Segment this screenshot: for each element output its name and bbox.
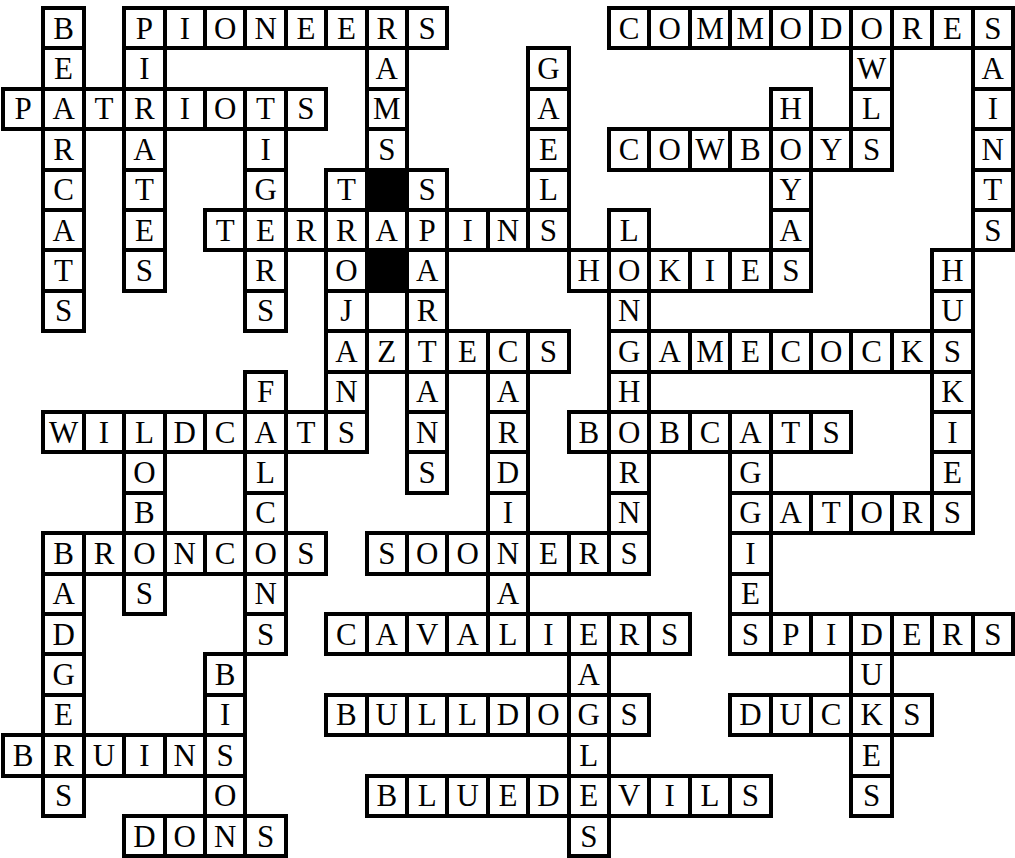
letter-cell-r10c1: W <box>41 410 85 454</box>
letter-cell-r15c8: C <box>324 612 368 656</box>
letter-cell-r13c1: B <box>41 531 85 575</box>
letter-cell-r0c4: I <box>163 6 207 50</box>
letter-cell-r10c12: R <box>486 410 530 454</box>
letter-cell-r10c17: C <box>688 410 732 454</box>
letter-cell-r17c20: C <box>809 693 853 737</box>
letter-cell-r10c6: A <box>243 410 287 454</box>
letter-cell-r4c19: Y <box>769 168 813 212</box>
letter-cell-r7c6: S <box>243 289 287 333</box>
letter-cell-r15c14: E <box>567 612 611 656</box>
letter-cell-r10c3: L <box>122 410 166 454</box>
letter-cell-r19c1: S <box>41 774 85 818</box>
letter-cell-r8c11: E <box>445 329 489 373</box>
letter-cell-r13c6: O <box>243 531 287 575</box>
letter-cell-r5c13: S <box>526 208 570 252</box>
letter-cell-r19c9: B <box>365 774 409 818</box>
letter-cell-r0c23: E <box>930 6 974 50</box>
letter-cell-r5c15: L <box>607 208 651 252</box>
letter-cell-r17c1: E <box>41 693 85 737</box>
letter-cell-r0c3: P <box>122 6 166 50</box>
letter-cell-r0c9: R <box>365 6 409 50</box>
letter-cell-r11c12: D <box>486 450 530 494</box>
letter-cell-r11c15: R <box>607 450 651 494</box>
letter-cell-r3c18: B <box>728 127 772 171</box>
letter-cell-r20c5: N <box>203 814 247 858</box>
letter-cell-r12c22: R <box>890 491 934 535</box>
letter-cell-r15c20: I <box>809 612 853 656</box>
letter-cell-r5c9: A <box>365 208 409 252</box>
letter-cell-r15c16: S <box>647 612 691 656</box>
letter-cell-r10c7: T <box>284 410 328 454</box>
letter-cell-r13c4: N <box>163 531 207 575</box>
letter-cell-r9c6: F <box>243 370 287 414</box>
letter-cell-r6c3: S <box>122 248 166 292</box>
letter-cell-r2c19: H <box>769 87 813 131</box>
letter-cell-r15c15: R <box>607 612 651 656</box>
letter-cell-r0c6: N <box>243 6 287 50</box>
letter-cell-r6c1: T <box>41 248 85 292</box>
letter-cell-r13c3: O <box>122 531 166 575</box>
letter-cell-r0c1: B <box>41 6 85 50</box>
letter-cell-r18c5: S <box>203 733 247 777</box>
letter-cell-r3c21: S <box>849 127 893 171</box>
letter-cell-r10c14: B <box>567 410 611 454</box>
letter-cell-r20c4: O <box>163 814 207 858</box>
letter-cell-r0c10: S <box>405 6 449 50</box>
letter-cell-r6c14: H <box>567 248 611 292</box>
letter-cell-r3c6: I <box>243 127 287 171</box>
letter-cell-r17c12: D <box>486 693 530 737</box>
letter-cell-r0c17: M <box>688 6 732 50</box>
letter-cell-r20c6: S <box>243 814 287 858</box>
letter-cell-r13c14: R <box>567 531 611 575</box>
letter-cell-r4c1: C <box>41 168 85 212</box>
letter-cell-r19c11: U <box>445 774 489 818</box>
letter-cell-r10c16: B <box>647 410 691 454</box>
letter-cell-r3c9: S <box>365 127 409 171</box>
letter-cell-r11c18: G <box>728 450 772 494</box>
letter-cell-r9c8: N <box>324 370 368 414</box>
letter-cell-r8c17: M <box>688 329 732 373</box>
letter-cell-r0c21: O <box>849 6 893 50</box>
letter-cell-r12c15: N <box>607 491 651 535</box>
letter-cell-r8c21: C <box>849 329 893 373</box>
letter-cell-r5c5: T <box>203 208 247 252</box>
letter-cell-r12c20: T <box>809 491 853 535</box>
letter-cell-r3c17: W <box>688 127 732 171</box>
letter-cell-r13c10: O <box>405 531 449 575</box>
letter-cell-r15c18: S <box>728 612 772 656</box>
letter-cell-r14c1: A <box>41 572 85 616</box>
letter-cell-r10c4: D <box>163 410 207 454</box>
letter-cell-r5c8: R <box>324 208 368 252</box>
letter-cell-r3c20: Y <box>809 127 853 171</box>
letter-cell-r6c16: K <box>647 248 691 292</box>
letter-cell-r16c5: B <box>203 652 247 696</box>
letter-cell-r3c19: O <box>769 127 813 171</box>
letter-cell-r11c23: E <box>930 450 974 494</box>
letter-cell-r7c1: S <box>41 289 85 333</box>
letter-cell-r0c19: O <box>769 6 813 50</box>
letter-cell-r5c19: A <box>769 208 813 252</box>
letter-cell-r4c3: T <box>122 168 166 212</box>
letter-cell-r3c16: O <box>647 127 691 171</box>
letter-cell-r2c0: P <box>1 87 45 131</box>
letter-cell-r8c22: K <box>890 329 934 373</box>
letter-cell-r6c6: R <box>243 248 287 292</box>
letter-cell-r13c15: S <box>607 531 651 575</box>
letter-cell-r3c3: A <box>122 127 166 171</box>
letter-cell-r0c18: M <box>728 6 772 50</box>
letter-cell-r18c14: L <box>567 733 611 777</box>
letter-cell-r17c15: S <box>607 693 651 737</box>
letter-cell-r2c2: T <box>82 87 126 131</box>
letter-cell-r19c16: I <box>647 774 691 818</box>
letter-cell-r17c19: U <box>769 693 813 737</box>
letter-cell-r3c1: R <box>41 127 85 171</box>
letter-cell-r6c19: S <box>769 248 813 292</box>
letter-cell-r19c17: L <box>688 774 732 818</box>
letter-cell-r15c1: D <box>41 612 85 656</box>
letter-cell-r13c7: S <box>284 531 328 575</box>
letter-cell-r2c1: A <box>41 87 85 131</box>
letter-cell-r9c15: H <box>607 370 651 414</box>
letter-cell-r2c9: M <box>365 87 409 131</box>
letter-cell-r18c0: B <box>1 733 45 777</box>
letter-cell-r14c3: S <box>122 572 166 616</box>
letter-cell-r3c15: C <box>607 127 651 171</box>
letter-cell-r15c22: E <box>890 612 934 656</box>
letter-cell-r5c10: P <box>405 208 449 252</box>
letter-cell-r0c5: O <box>203 6 247 50</box>
letter-cell-r15c12: L <box>486 612 530 656</box>
letter-cell-r13c13: E <box>526 531 570 575</box>
letter-cell-r19c15: V <box>607 774 651 818</box>
letter-cell-r19c14: E <box>567 774 611 818</box>
letter-cell-r19c21: S <box>849 774 893 818</box>
letter-cell-r17c21: K <box>849 693 893 737</box>
black-cell-r4c9 <box>365 168 409 212</box>
letter-cell-r0c24: S <box>971 6 1015 50</box>
letter-cell-r15c11: A <box>445 612 489 656</box>
letter-cell-r17c5: I <box>203 693 247 737</box>
letter-cell-r8c15: G <box>607 329 651 373</box>
letter-cell-r16c21: U <box>849 652 893 696</box>
letter-cell-r10c15: O <box>607 410 651 454</box>
letter-cell-r6c10: A <box>405 248 449 292</box>
letter-cell-r16c1: G <box>41 652 85 696</box>
letter-cell-r8c20: O <box>809 329 853 373</box>
letter-cell-r0c16: O <box>647 6 691 50</box>
letter-cell-r2c6: T <box>243 87 287 131</box>
letter-cell-r15c13: I <box>526 612 570 656</box>
letter-cell-r19c18: S <box>728 774 772 818</box>
letter-cell-r13c12: N <box>486 531 530 575</box>
letter-cell-r0c15: C <box>607 6 651 50</box>
letter-cell-r9c10: A <box>405 370 449 414</box>
letter-cell-r5c3: E <box>122 208 166 252</box>
letter-cell-r7c23: U <box>930 289 974 333</box>
letter-cell-r17c18: D <box>728 693 772 737</box>
letter-cell-r19c10: L <box>405 774 449 818</box>
letter-cell-r20c14: S <box>567 814 611 858</box>
letter-cell-r1c9: A <box>365 46 409 90</box>
letter-cell-r5c12: N <box>486 208 530 252</box>
letter-cell-r19c13: D <box>526 774 570 818</box>
letter-cell-r8c12: C <box>486 329 530 373</box>
letter-cell-r8c13: S <box>526 329 570 373</box>
letter-cell-r19c12: E <box>486 774 530 818</box>
letter-cell-r18c4: N <box>163 733 207 777</box>
letter-cell-r18c2: U <box>82 733 126 777</box>
letter-cell-r18c1: R <box>41 733 85 777</box>
letter-cell-r17c10: L <box>405 693 449 737</box>
letter-cell-r1c1: E <box>41 46 85 90</box>
letter-cell-r13c9: S <box>365 531 409 575</box>
letter-cell-r11c6: L <box>243 450 287 494</box>
letter-cell-r10c5: C <box>203 410 247 454</box>
letter-cell-r9c23: K <box>930 370 974 414</box>
letter-cell-r10c10: N <box>405 410 449 454</box>
letter-cell-r13c11: O <box>445 531 489 575</box>
letter-cell-r12c21: O <box>849 491 893 535</box>
letter-cell-r19c5: O <box>203 774 247 818</box>
letter-cell-r5c6: E <box>243 208 287 252</box>
letter-cell-r3c24: N <box>971 127 1015 171</box>
letter-cell-r5c11: I <box>445 208 489 252</box>
letter-cell-r14c6: N <box>243 572 287 616</box>
letter-cell-r13c5: C <box>203 531 247 575</box>
letter-cell-r7c10: R <box>405 289 449 333</box>
letter-cell-r13c18: I <box>728 531 772 575</box>
letter-cell-r8c18: E <box>728 329 772 373</box>
letter-cell-r2c21: L <box>849 87 893 131</box>
letter-cell-r17c14: G <box>567 693 611 737</box>
letter-cell-r2c24: I <box>971 87 1015 131</box>
letter-cell-r4c6: G <box>243 168 287 212</box>
letter-cell-r14c18: E <box>728 572 772 616</box>
letter-cell-r2c13: A <box>526 87 570 131</box>
letter-cell-r6c8: O <box>324 248 368 292</box>
black-cell-r6c9 <box>365 248 409 292</box>
letter-cell-r13c2: R <box>82 531 126 575</box>
letter-cell-r2c7: S <box>284 87 328 131</box>
letter-cell-r15c19: P <box>769 612 813 656</box>
letter-cell-r2c4: I <box>163 87 207 131</box>
letter-cell-r12c12: I <box>486 491 530 535</box>
letter-cell-r15c21: D <box>849 612 893 656</box>
letter-cell-r4c10: S <box>405 168 449 212</box>
letter-cell-r9c12: A <box>486 370 530 414</box>
letter-cell-r1c13: G <box>526 46 570 90</box>
letter-cell-r4c8: T <box>324 168 368 212</box>
letter-cell-r5c24: S <box>971 208 1015 252</box>
letter-cell-r6c15: O <box>607 248 651 292</box>
letter-cell-r14c12: A <box>486 572 530 616</box>
letter-cell-r1c3: I <box>122 46 166 90</box>
letter-cell-r10c23: I <box>930 410 974 454</box>
letter-cell-r10c2: I <box>82 410 126 454</box>
letter-cell-r10c19: T <box>769 410 813 454</box>
letter-cell-r4c24: T <box>971 168 1015 212</box>
letter-cell-r2c5: O <box>203 87 247 131</box>
letter-cell-r4c13: L <box>526 168 570 212</box>
letter-cell-r8c16: A <box>647 329 691 373</box>
letter-cell-r6c18: E <box>728 248 772 292</box>
letter-cell-r5c7: R <box>284 208 328 252</box>
letter-cell-r15c6: S <box>243 612 287 656</box>
letter-cell-r15c23: R <box>930 612 974 656</box>
letter-cell-r0c7: E <box>284 6 328 50</box>
letter-cell-r12c3: B <box>122 491 166 535</box>
letter-cell-r18c3: I <box>122 733 166 777</box>
letter-cell-r0c20: D <box>809 6 853 50</box>
letter-cell-r5c1: A <box>41 208 85 252</box>
letter-cell-r1c21: W <box>849 46 893 90</box>
letter-cell-r8c9: Z <box>365 329 409 373</box>
letter-cell-r12c18: G <box>728 491 772 535</box>
letter-cell-r8c10: T <box>405 329 449 373</box>
letter-cell-r15c24: S <box>971 612 1015 656</box>
letter-cell-r8c23: S <box>930 329 974 373</box>
letter-cell-r8c19: C <box>769 329 813 373</box>
letter-cell-r12c23: S <box>930 491 974 535</box>
letter-cell-r17c13: O <box>526 693 570 737</box>
letter-cell-r18c21: E <box>849 733 893 777</box>
letter-cell-r15c10: V <box>405 612 449 656</box>
letter-cell-r20c3: D <box>122 814 166 858</box>
letter-cell-r2c3: R <box>122 87 166 131</box>
letter-cell-r6c17: I <box>688 248 732 292</box>
letter-cell-r11c10: S <box>405 450 449 494</box>
letter-cell-r17c11: L <box>445 693 489 737</box>
letter-cell-r8c8: A <box>324 329 368 373</box>
letter-cell-r12c6: C <box>243 491 287 535</box>
letter-cell-r0c8: E <box>324 6 368 50</box>
letter-cell-r17c22: S <box>890 693 934 737</box>
letter-cell-r7c8: J <box>324 289 368 333</box>
letter-cell-r17c9: U <box>365 693 409 737</box>
letter-cell-r7c15: N <box>607 289 651 333</box>
letter-cell-r11c3: O <box>122 450 166 494</box>
letter-cell-r0c22: R <box>890 6 934 50</box>
letter-cell-r10c20: S <box>809 410 853 454</box>
letter-cell-r15c9: A <box>365 612 409 656</box>
letter-cell-r6c23: H <box>930 248 974 292</box>
letter-cell-r12c19: A <box>769 491 813 535</box>
letter-cell-r16c14: A <box>567 652 611 696</box>
letter-cell-r10c18: A <box>728 410 772 454</box>
letter-cell-r10c8: S <box>324 410 368 454</box>
letter-cell-r1c24: A <box>971 46 1015 90</box>
letter-cell-r3c13: E <box>526 127 570 171</box>
puzzle-board: BPIONEERSCOMMODORESEIAGWAPATRIOTSMAHLIRA… <box>0 0 1015 858</box>
letter-cell-r17c8: B <box>324 693 368 737</box>
